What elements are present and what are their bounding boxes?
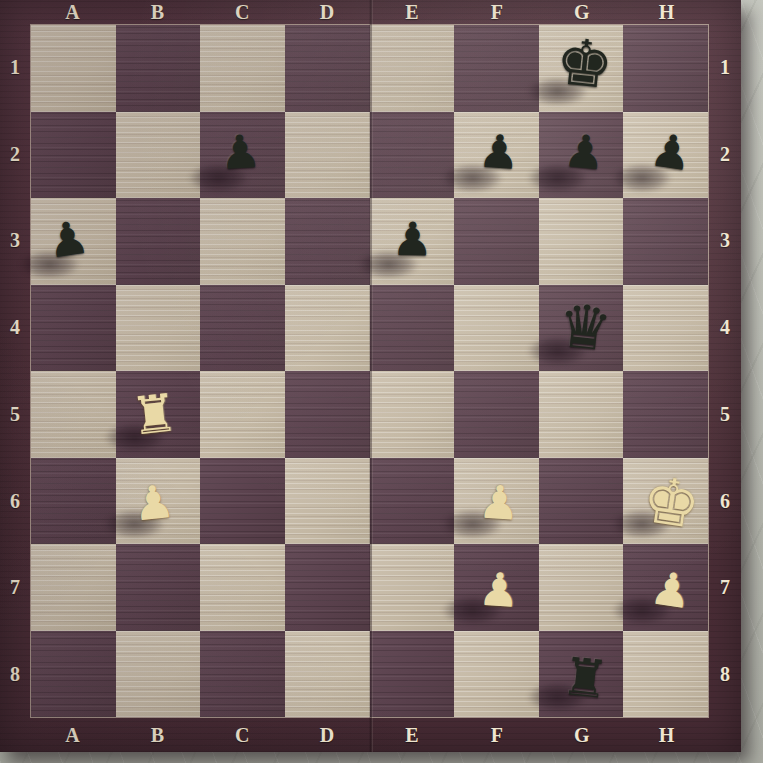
square-h1[interactable] bbox=[623, 25, 708, 112]
rank-label-6-left: 6 bbox=[0, 458, 30, 545]
square-g7[interactable] bbox=[539, 544, 624, 631]
square-g1[interactable]: ♚ bbox=[539, 25, 624, 112]
square-h8[interactable] bbox=[623, 631, 708, 718]
rank-label-1-left: 1 bbox=[0, 24, 30, 111]
piece-black-P-e3[interactable]: ♟ bbox=[370, 198, 455, 285]
square-a6[interactable] bbox=[31, 458, 116, 545]
square-b8[interactable] bbox=[116, 631, 201, 718]
square-b6[interactable]: ♟ bbox=[116, 458, 201, 545]
square-f2[interactable]: ♟ bbox=[454, 112, 539, 199]
square-b5[interactable]: ♜ bbox=[116, 371, 201, 458]
square-c1[interactable] bbox=[200, 25, 285, 112]
square-b4[interactable] bbox=[116, 285, 201, 372]
square-e3[interactable]: ♟ bbox=[370, 198, 455, 285]
chess-board: ABCDEFGH ABCDEFGH 12345678 12345678 ♚♟♟♟… bbox=[0, 0, 741, 752]
piece-black-P-h2[interactable]: ♟ bbox=[623, 112, 708, 199]
square-b1[interactable] bbox=[116, 25, 201, 112]
file-labels-bottom: ABCDEFGH bbox=[30, 718, 709, 752]
piece-glyph: ♟ bbox=[392, 216, 434, 263]
square-c6[interactable] bbox=[200, 458, 285, 545]
file-labels-top: ABCDEFGH bbox=[30, 0, 709, 24]
piece-glyph: ♟ bbox=[477, 127, 521, 175]
square-e1[interactable] bbox=[370, 25, 455, 112]
square-g3[interactable] bbox=[539, 198, 624, 285]
square-e5[interactable] bbox=[370, 371, 455, 458]
piece-glyph: ♜ bbox=[128, 386, 180, 443]
piece-glyph: ♛ bbox=[555, 294, 615, 359]
square-h6[interactable]: ♚ bbox=[623, 458, 708, 545]
piece-white-P-f7[interactable]: ♟ bbox=[454, 544, 539, 631]
square-a7[interactable] bbox=[31, 544, 116, 631]
square-e2[interactable] bbox=[370, 112, 455, 199]
piece-glyph: ♟ bbox=[131, 477, 177, 527]
square-a5[interactable] bbox=[31, 371, 116, 458]
file-label-c-top: C bbox=[200, 0, 285, 24]
square-c4[interactable] bbox=[200, 285, 285, 372]
square-b7[interactable] bbox=[116, 544, 201, 631]
fold-seam bbox=[369, 0, 373, 752]
square-f7[interactable]: ♟ bbox=[454, 544, 539, 631]
square-h5[interactable] bbox=[623, 371, 708, 458]
file-label-c-bottom: C bbox=[200, 718, 285, 752]
rank-label-2-left: 2 bbox=[0, 111, 30, 198]
rank-label-4-right: 4 bbox=[709, 284, 741, 371]
square-h2[interactable]: ♟ bbox=[623, 112, 708, 199]
photo-scene: ABCDEFGH ABCDEFGH 12345678 12345678 ♚♟♟♟… bbox=[0, 0, 763, 763]
piece-glyph: ♚ bbox=[553, 29, 617, 99]
piece-black-P-c2[interactable]: ♟ bbox=[200, 112, 285, 199]
piece-glyph: ♟ bbox=[477, 478, 521, 526]
square-h4[interactable] bbox=[623, 285, 708, 372]
square-g4[interactable]: ♛ bbox=[539, 285, 624, 372]
piece-white-K-h6[interactable]: ♚ bbox=[623, 458, 708, 545]
square-b2[interactable] bbox=[116, 112, 201, 199]
rank-label-1-right: 1 bbox=[709, 24, 741, 111]
file-label-h-top: H bbox=[624, 0, 709, 24]
square-a1[interactable] bbox=[31, 25, 116, 112]
square-e4[interactable] bbox=[370, 285, 455, 372]
square-c2[interactable]: ♟ bbox=[200, 112, 285, 199]
rank-label-7-right: 7 bbox=[709, 545, 741, 632]
rank-label-5-left: 5 bbox=[0, 371, 30, 458]
file-label-a-top: A bbox=[30, 0, 115, 24]
piece-glyph: ♟ bbox=[562, 127, 608, 177]
piece-black-R-g8[interactable]: ♜ bbox=[539, 631, 624, 718]
rank-labels-left: 12345678 bbox=[0, 24, 30, 718]
square-d5[interactable] bbox=[285, 371, 370, 458]
square-c8[interactable] bbox=[200, 631, 285, 718]
square-d8[interactable] bbox=[285, 631, 370, 718]
square-h3[interactable] bbox=[623, 198, 708, 285]
piece-glyph: ♟ bbox=[44, 214, 92, 266]
file-label-g-bottom: G bbox=[539, 718, 624, 752]
piece-glyph: ♟ bbox=[648, 564, 696, 616]
rank-label-7-left: 7 bbox=[0, 545, 30, 632]
square-g2[interactable]: ♟ bbox=[539, 112, 624, 199]
file-label-f-bottom: F bbox=[454, 718, 539, 752]
rank-label-6-right: 6 bbox=[709, 458, 741, 545]
square-d1[interactable] bbox=[285, 25, 370, 112]
square-g8[interactable]: ♜ bbox=[539, 631, 624, 718]
square-d6[interactable] bbox=[285, 458, 370, 545]
file-label-b-bottom: B bbox=[115, 718, 200, 752]
rank-label-8-left: 8 bbox=[0, 631, 30, 718]
piece-black-K-g1[interactable]: ♚ bbox=[539, 25, 624, 112]
square-e7[interactable] bbox=[370, 544, 455, 631]
piece-white-P-f6[interactable]: ♟ bbox=[454, 458, 539, 545]
square-b3[interactable] bbox=[116, 198, 201, 285]
piece-glyph: ♟ bbox=[477, 566, 521, 614]
square-f6[interactable]: ♟ bbox=[454, 458, 539, 545]
piece-glyph: ♟ bbox=[218, 127, 262, 175]
file-label-f-top: F bbox=[454, 0, 539, 24]
piece-glyph: ♚ bbox=[638, 467, 704, 539]
rank-label-8-right: 8 bbox=[709, 631, 741, 718]
square-f8[interactable] bbox=[454, 631, 539, 718]
square-c5[interactable] bbox=[200, 371, 285, 458]
file-label-h-bottom: H bbox=[624, 718, 709, 752]
square-f5[interactable] bbox=[454, 371, 539, 458]
piece-black-Q-g4[interactable]: ♛ bbox=[539, 285, 624, 372]
piece-black-P-g2[interactable]: ♟ bbox=[539, 112, 624, 199]
square-a2[interactable] bbox=[31, 112, 116, 199]
square-a3[interactable]: ♟ bbox=[31, 198, 116, 285]
file-label-e-top: E bbox=[370, 0, 455, 24]
rank-label-5-right: 5 bbox=[709, 371, 741, 458]
square-c7[interactable] bbox=[200, 544, 285, 631]
file-label-d-top: D bbox=[285, 0, 370, 24]
rank-label-4-left: 4 bbox=[0, 284, 30, 371]
square-a8[interactable] bbox=[31, 631, 116, 718]
rank-labels-right: 12345678 bbox=[709, 24, 741, 718]
square-f4[interactable] bbox=[454, 285, 539, 372]
square-d7[interactable] bbox=[285, 544, 370, 631]
piece-white-R-b5[interactable]: ♜ bbox=[116, 371, 201, 458]
piece-glyph: ♜ bbox=[559, 650, 611, 707]
file-label-g-top: G bbox=[539, 0, 624, 24]
piece-glyph: ♟ bbox=[648, 126, 696, 178]
file-label-a-bottom: A bbox=[30, 718, 115, 752]
rank-label-3-right: 3 bbox=[709, 198, 741, 285]
piece-white-P-h7[interactable]: ♟ bbox=[623, 544, 708, 631]
rank-label-2-right: 2 bbox=[709, 111, 741, 198]
square-g6[interactable] bbox=[539, 458, 624, 545]
square-h7[interactable]: ♟ bbox=[623, 544, 708, 631]
piece-black-P-f2[interactable]: ♟ bbox=[454, 112, 539, 199]
square-d3[interactable] bbox=[285, 198, 370, 285]
square-a4[interactable] bbox=[31, 285, 116, 372]
square-c3[interactable] bbox=[200, 198, 285, 285]
square-f3[interactable] bbox=[454, 198, 539, 285]
square-f1[interactable] bbox=[454, 25, 539, 112]
file-label-d-bottom: D bbox=[285, 718, 370, 752]
square-d2[interactable] bbox=[285, 112, 370, 199]
square-g5[interactable] bbox=[539, 371, 624, 458]
piece-black-P-a3[interactable]: ♟ bbox=[31, 198, 116, 285]
piece-white-P-b6[interactable]: ♟ bbox=[116, 458, 201, 545]
file-label-e-bottom: E bbox=[370, 718, 455, 752]
file-label-b-top: B bbox=[115, 0, 200, 24]
square-e6[interactable] bbox=[370, 458, 455, 545]
square-e8[interactable] bbox=[370, 631, 455, 718]
square-d4[interactable] bbox=[285, 285, 370, 372]
